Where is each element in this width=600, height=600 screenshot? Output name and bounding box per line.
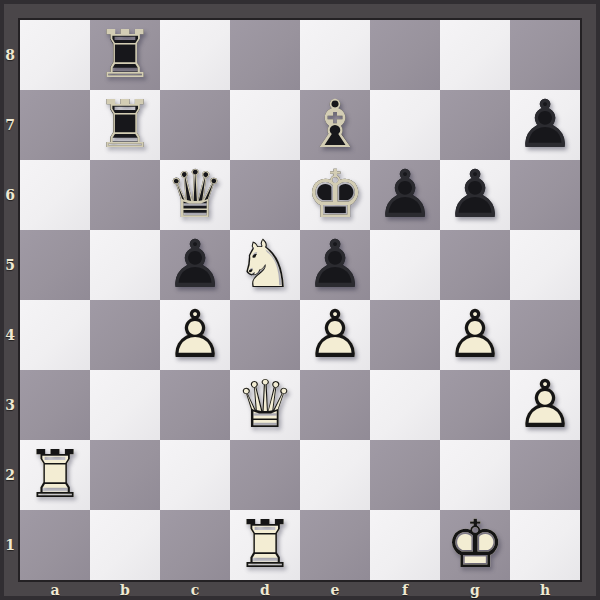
square-e2[interactable]	[300, 440, 370, 510]
square-d4[interactable]	[230, 300, 300, 370]
square-h6[interactable]	[510, 160, 580, 230]
chess-board-frame: ♜♖♜♖♝♗♟♙♛♕♚♔♟♙♟♙♟♙♞♘♟♙♟♙♟♙♟♙♛♕♟♙♜♖♜♖♚♔ 8…	[0, 0, 600, 600]
file-label-e: e	[300, 579, 370, 600]
piece-black-bishop[interactable]: ♝♗	[300, 90, 370, 160]
square-b6[interactable]	[90, 160, 160, 230]
board-grid: ♜♖♜♖♝♗♟♙♛♕♚♔♟♙♟♙♟♙♞♘♟♙♟♙♟♙♟♙♛♕♟♙♜♖♜♖♚♔	[20, 20, 580, 580]
square-d7[interactable]	[230, 90, 300, 160]
piece-black-pawn[interactable]: ♟♙	[510, 90, 580, 160]
piece-outline-glyph: ♔	[300, 160, 370, 230]
piece-outline-glyph: ♙	[300, 230, 370, 300]
rank-label-2: 2	[0, 440, 20, 510]
piece-outline-glyph: ♗	[300, 90, 370, 160]
square-e7[interactable]: ♝♗	[300, 90, 370, 160]
piece-outline-glyph: ♙	[510, 370, 580, 440]
square-a7[interactable]	[20, 90, 90, 160]
piece-outline-glyph: ♘	[230, 230, 300, 300]
rank-label-4: 4	[0, 300, 20, 370]
square-d1[interactable]: ♜♖	[230, 510, 300, 580]
piece-outline-glyph: ♙	[300, 300, 370, 370]
square-e3[interactable]	[300, 370, 370, 440]
piece-black-king[interactable]: ♚♔	[300, 160, 370, 230]
square-b1[interactable]	[90, 510, 160, 580]
piece-outline-glyph: ♙	[440, 300, 510, 370]
square-h5[interactable]	[510, 230, 580, 300]
piece-white-king[interactable]: ♚♔	[440, 510, 510, 580]
square-a5[interactable]	[20, 230, 90, 300]
square-f2[interactable]	[370, 440, 440, 510]
square-f8[interactable]	[370, 20, 440, 90]
square-a2[interactable]: ♜♖	[20, 440, 90, 510]
file-label-b: b	[90, 579, 160, 600]
square-a3[interactable]	[20, 370, 90, 440]
square-c3[interactable]	[160, 370, 230, 440]
square-g7[interactable]	[440, 90, 510, 160]
square-c6[interactable]: ♛♕	[160, 160, 230, 230]
piece-black-queen[interactable]: ♛♕	[160, 160, 230, 230]
square-b3[interactable]	[90, 370, 160, 440]
piece-white-knight[interactable]: ♞♘	[230, 230, 300, 300]
piece-black-pawn[interactable]: ♟♙	[160, 230, 230, 300]
piece-black-pawn[interactable]: ♟♙	[440, 160, 510, 230]
file-label-c: c	[160, 579, 230, 600]
piece-outline-glyph: ♙	[440, 160, 510, 230]
rank-label-6: 6	[0, 160, 20, 230]
piece-white-rook[interactable]: ♜♖	[20, 440, 90, 510]
square-g8[interactable]	[440, 20, 510, 90]
square-a1[interactable]	[20, 510, 90, 580]
piece-outline-glyph: ♙	[370, 160, 440, 230]
square-g3[interactable]	[440, 370, 510, 440]
file-label-d: d	[230, 579, 300, 600]
square-e1[interactable]	[300, 510, 370, 580]
square-h3[interactable]: ♟♙	[510, 370, 580, 440]
file-label-a: a	[20, 579, 90, 600]
square-f3[interactable]	[370, 370, 440, 440]
square-c5[interactable]: ♟♙	[160, 230, 230, 300]
piece-outline-glyph: ♖	[90, 20, 160, 90]
square-h1[interactable]	[510, 510, 580, 580]
square-c4[interactable]: ♟♙	[160, 300, 230, 370]
piece-outline-glyph: ♙	[160, 300, 230, 370]
square-e4[interactable]: ♟♙	[300, 300, 370, 370]
piece-black-pawn[interactable]: ♟♙	[370, 160, 440, 230]
square-b4[interactable]	[90, 300, 160, 370]
square-g2[interactable]	[440, 440, 510, 510]
square-e6[interactable]: ♚♔	[300, 160, 370, 230]
square-e5[interactable]: ♟♙	[300, 230, 370, 300]
piece-outline-glyph: ♔	[440, 510, 510, 580]
square-b2[interactable]	[90, 440, 160, 510]
rank-label-5: 5	[0, 230, 20, 300]
rank-label-8: 8	[0, 20, 20, 90]
square-b5[interactable]	[90, 230, 160, 300]
square-c2[interactable]	[160, 440, 230, 510]
rank-label-3: 3	[0, 370, 20, 440]
square-h2[interactable]	[510, 440, 580, 510]
square-f6[interactable]: ♟♙	[370, 160, 440, 230]
square-h8[interactable]	[510, 20, 580, 90]
square-a8[interactable]	[20, 20, 90, 90]
piece-outline-glyph: ♕	[160, 160, 230, 230]
rank-label-7: 7	[0, 90, 20, 160]
square-g6[interactable]: ♟♙	[440, 160, 510, 230]
piece-outline-glyph: ♖	[20, 440, 90, 510]
square-d8[interactable]	[230, 20, 300, 90]
square-c7[interactable]	[160, 90, 230, 160]
piece-black-rook[interactable]: ♜♖	[90, 90, 160, 160]
piece-white-pawn[interactable]: ♟♙	[300, 300, 370, 370]
square-d2[interactable]	[230, 440, 300, 510]
square-g1[interactable]: ♚♔	[440, 510, 510, 580]
square-f4[interactable]	[370, 300, 440, 370]
square-b7[interactable]: ♜♖	[90, 90, 160, 160]
square-g5[interactable]	[440, 230, 510, 300]
square-d5[interactable]: ♞♘	[230, 230, 300, 300]
file-label-g: g	[440, 579, 510, 600]
piece-black-rook[interactable]: ♜♖	[90, 20, 160, 90]
file-label-f: f	[370, 579, 440, 600]
square-f5[interactable]	[370, 230, 440, 300]
piece-white-rook[interactable]: ♜♖	[230, 510, 300, 580]
file-label-h: h	[510, 579, 580, 600]
square-h4[interactable]	[510, 300, 580, 370]
piece-outline-glyph: ♖	[230, 510, 300, 580]
piece-outline-glyph: ♖	[90, 90, 160, 160]
square-d6[interactable]	[230, 160, 300, 230]
square-e8[interactable]	[300, 20, 370, 90]
square-a6[interactable]	[20, 160, 90, 230]
square-d3[interactable]: ♛♕	[230, 370, 300, 440]
piece-outline-glyph: ♙	[160, 230, 230, 300]
square-g4[interactable]: ♟♙	[440, 300, 510, 370]
piece-outline-glyph: ♕	[230, 370, 300, 440]
square-h7[interactable]: ♟♙	[510, 90, 580, 160]
rank-label-1: 1	[0, 510, 20, 580]
piece-white-pawn[interactable]: ♟♙	[510, 370, 580, 440]
piece-black-pawn[interactable]: ♟♙	[300, 230, 370, 300]
piece-white-pawn[interactable]: ♟♙	[440, 300, 510, 370]
square-b8[interactable]: ♜♖	[90, 20, 160, 90]
piece-outline-glyph: ♙	[510, 90, 580, 160]
piece-white-queen[interactable]: ♛♕	[230, 370, 300, 440]
square-a4[interactable]	[20, 300, 90, 370]
square-c1[interactable]	[160, 510, 230, 580]
piece-white-pawn[interactable]: ♟♙	[160, 300, 230, 370]
square-f7[interactable]	[370, 90, 440, 160]
square-f1[interactable]	[370, 510, 440, 580]
square-c8[interactable]	[160, 20, 230, 90]
